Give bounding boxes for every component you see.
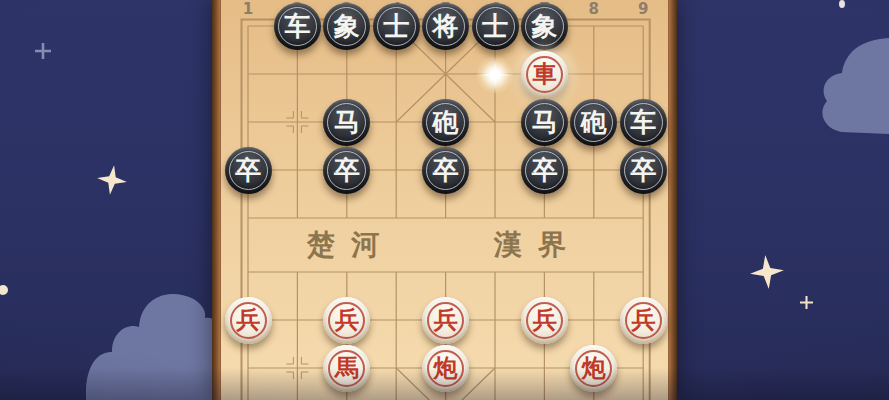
cloud: [822, 38, 889, 134]
piece-red-soldier[interactable]: 兵: [323, 297, 370, 344]
piece-glyph: 兵: [434, 308, 458, 332]
piece-black-soldier[interactable]: 卒: [422, 147, 469, 194]
piece-glyph: 象: [334, 13, 360, 39]
piece-glyph: 卒: [235, 157, 261, 183]
piece-black-soldier[interactable]: 卒: [620, 147, 667, 194]
piece-glyph: 将: [433, 13, 459, 39]
piece-red-cannon[interactable]: 炮: [422, 345, 469, 392]
column-label-9: 9: [634, 0, 652, 18]
piece-glyph: 卒: [334, 157, 360, 183]
piece-glyph: 炮: [434, 356, 458, 380]
piece-black-horse[interactable]: 马: [323, 99, 370, 146]
piece-black-chariot[interactable]: 车: [620, 99, 667, 146]
column-label-8: 8: [585, 0, 603, 18]
river-label-left: 楚河: [268, 227, 418, 263]
piece-glyph: 兵: [236, 308, 260, 332]
piece-glyph: 車: [532, 62, 556, 86]
piece-black-horse[interactable]: 马: [521, 99, 568, 146]
piece-glyph: 砲: [433, 109, 459, 135]
piece-glyph: 兵: [335, 308, 359, 332]
piece-black-soldier[interactable]: 卒: [521, 147, 568, 194]
piece-glyph: 炮: [582, 356, 606, 380]
piece-black-general[interactable]: 将: [422, 3, 469, 50]
piece-glyph: 马: [334, 109, 360, 135]
piece-glyph: 士: [383, 13, 409, 39]
piece-glyph: 象: [531, 13, 557, 39]
piece-glyph: 士: [482, 13, 508, 39]
piece-black-advisor[interactable]: 士: [472, 3, 519, 50]
xiangqi-board[interactable]: 楚河 漢界 123456789 车象士将士象車马砲马砲车卒卒卒卒卒兵兵兵兵兵馬炮…: [212, 0, 677, 400]
piece-black-soldier[interactable]: 卒: [225, 147, 272, 194]
piece-glyph: 馬: [335, 356, 359, 380]
piece-red-soldier[interactable]: 兵: [620, 297, 667, 344]
piece-black-chariot[interactable]: 车: [274, 3, 321, 50]
piece-glyph: 车: [630, 109, 656, 135]
piece-glyph: 车: [284, 13, 310, 39]
piece-red-chariot[interactable]: 車: [521, 51, 568, 98]
piece-glyph: 兵: [631, 308, 655, 332]
piece-black-elephant[interactable]: 象: [323, 3, 370, 50]
piece-glyph: 卒: [531, 157, 557, 183]
piece-glyph: 马: [531, 109, 557, 135]
piece-glyph: 卒: [630, 157, 656, 183]
piece-black-elephant[interactable]: 象: [521, 3, 568, 50]
river-label-right: 漢界: [455, 227, 605, 263]
piece-red-horse[interactable]: 馬: [323, 345, 370, 392]
piece-black-cannon[interactable]: 砲: [422, 99, 469, 146]
column-label-1: 1: [239, 0, 257, 18]
piece-black-cannon[interactable]: 砲: [570, 99, 617, 146]
piece-glyph: 兵: [532, 308, 556, 332]
piece-red-soldier[interactable]: 兵: [521, 297, 568, 344]
cloud: [86, 294, 217, 400]
piece-red-cannon[interactable]: 炮: [570, 345, 617, 392]
piece-red-soldier[interactable]: 兵: [422, 297, 469, 344]
xiangqi-app-screen: 楚河 漢界 123456789 车象士将士象車马砲马砲车卒卒卒卒卒兵兵兵兵兵馬炮…: [0, 0, 889, 400]
piece-black-soldier[interactable]: 卒: [323, 147, 370, 194]
piece-red-soldier[interactable]: 兵: [225, 297, 272, 344]
piece-black-advisor[interactable]: 士: [373, 3, 420, 50]
piece-glyph: 砲: [581, 109, 607, 135]
piece-glyph: 卒: [433, 157, 459, 183]
